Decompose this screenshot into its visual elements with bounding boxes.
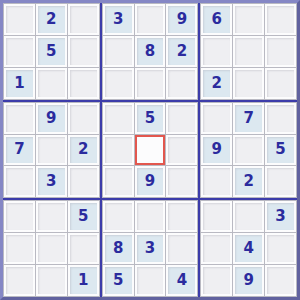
cell-r8c9[interactable] bbox=[265, 233, 296, 264]
cell-digit: 3 bbox=[113, 12, 123, 27]
cell-r4c4[interactable] bbox=[103, 103, 134, 134]
cell-digit: 3 bbox=[145, 241, 155, 256]
cell-digit: 7 bbox=[243, 111, 253, 126]
cell-r7c8[interactable] bbox=[233, 201, 264, 232]
cell-r8c5[interactable]: 3 bbox=[135, 233, 166, 264]
cell-r7c2[interactable] bbox=[36, 201, 67, 232]
cell-r8c8[interactable]: 4 bbox=[233, 233, 264, 264]
cell-digit: 5 bbox=[113, 273, 123, 288]
cell-r9c5[interactable] bbox=[135, 265, 166, 296]
cell-digit: 2 bbox=[46, 12, 56, 27]
cell-r3c6[interactable] bbox=[166, 68, 197, 99]
cell-r1c5[interactable] bbox=[135, 4, 166, 35]
cell-r1c2[interactable]: 2 bbox=[36, 4, 67, 35]
cell-r5c7[interactable]: 9 bbox=[201, 135, 232, 166]
box-4: 9723 bbox=[3, 102, 100, 199]
cell-r1c3[interactable] bbox=[68, 4, 99, 35]
cell-r5c5[interactable] bbox=[135, 135, 166, 166]
cell-r8c2[interactable] bbox=[36, 233, 67, 264]
cell-digit: 2 bbox=[212, 76, 222, 91]
cell-r9c7[interactable] bbox=[201, 265, 232, 296]
cell-digit: 5 bbox=[78, 209, 88, 224]
cell-digit: 1 bbox=[78, 273, 88, 288]
cell-r7c9[interactable]: 3 bbox=[265, 201, 296, 232]
sudoku-board: 2513982629723597952518354349 bbox=[0, 0, 300, 300]
cell-digit: 3 bbox=[275, 209, 285, 224]
cell-r1c7[interactable]: 6 bbox=[201, 4, 232, 35]
cell-digit: 9 bbox=[212, 142, 222, 157]
cell-digit: 2 bbox=[243, 174, 253, 189]
cell-r8c4[interactable]: 8 bbox=[103, 233, 134, 264]
cell-r7c3[interactable]: 5 bbox=[68, 201, 99, 232]
box-8: 8354 bbox=[102, 200, 199, 297]
cell-r6c2[interactable]: 3 bbox=[36, 166, 67, 197]
cell-r2c4[interactable] bbox=[103, 36, 134, 67]
cell-r6c9[interactable] bbox=[265, 166, 296, 197]
cell-r3c7[interactable]: 2 bbox=[201, 68, 232, 99]
box-6: 7952 bbox=[200, 102, 297, 199]
cell-digit: 5 bbox=[275, 142, 285, 157]
cell-digit: 7 bbox=[14, 142, 24, 157]
cell-digit: 4 bbox=[177, 273, 187, 288]
cell-r2c2[interactable]: 5 bbox=[36, 36, 67, 67]
cell-r6c4[interactable] bbox=[103, 166, 134, 197]
cell-r3c9[interactable] bbox=[265, 68, 296, 99]
cell-r9c4[interactable]: 5 bbox=[103, 265, 134, 296]
cell-r2c1[interactable] bbox=[4, 36, 35, 67]
cell-r8c6[interactable] bbox=[166, 233, 197, 264]
cell-r4c3[interactable] bbox=[68, 103, 99, 134]
cell-r3c2[interactable] bbox=[36, 68, 67, 99]
cell-r8c7[interactable] bbox=[201, 233, 232, 264]
box-3: 62 bbox=[200, 3, 297, 100]
cell-digit: 6 bbox=[212, 12, 222, 27]
cell-r6c1[interactable] bbox=[4, 166, 35, 197]
cell-r1c4[interactable]: 3 bbox=[103, 4, 134, 35]
cell-r9c8[interactable]: 9 bbox=[233, 265, 264, 296]
box-5: 59 bbox=[102, 102, 199, 199]
cell-r1c8[interactable] bbox=[233, 4, 264, 35]
cell-r5c6[interactable] bbox=[166, 135, 197, 166]
box-1: 251 bbox=[3, 3, 100, 100]
cell-r3c5[interactable] bbox=[135, 68, 166, 99]
cell-r5c1[interactable]: 7 bbox=[4, 135, 35, 166]
cell-r5c3[interactable]: 2 bbox=[68, 135, 99, 166]
cell-r4c9[interactable] bbox=[265, 103, 296, 134]
cell-digit: 5 bbox=[145, 111, 155, 126]
cell-r1c6[interactable]: 9 bbox=[166, 4, 197, 35]
cell-r7c5[interactable] bbox=[135, 201, 166, 232]
cell-r2c5[interactable]: 8 bbox=[135, 36, 166, 67]
cell-digit: 4 bbox=[243, 241, 253, 256]
cell-r4c1[interactable] bbox=[4, 103, 35, 134]
cell-r6c5[interactable]: 9 bbox=[135, 166, 166, 197]
cell-digit: 9 bbox=[145, 174, 155, 189]
cell-digit: 9 bbox=[243, 273, 253, 288]
cell-r5c2[interactable] bbox=[36, 135, 67, 166]
cell-r6c7[interactable] bbox=[201, 166, 232, 197]
cell-r7c6[interactable] bbox=[166, 201, 197, 232]
cell-r9c3[interactable]: 1 bbox=[68, 265, 99, 296]
cell-r4c6[interactable] bbox=[166, 103, 197, 134]
cell-r7c7[interactable] bbox=[201, 201, 232, 232]
cell-r3c8[interactable] bbox=[233, 68, 264, 99]
box-7: 51 bbox=[3, 200, 100, 297]
cell-r4c8[interactable]: 7 bbox=[233, 103, 264, 134]
cell-r3c3[interactable] bbox=[68, 68, 99, 99]
cell-r9c6[interactable]: 4 bbox=[166, 265, 197, 296]
cell-digit: 8 bbox=[113, 241, 123, 256]
cell-r2c9[interactable] bbox=[265, 36, 296, 67]
cell-r4c2[interactable]: 9 bbox=[36, 103, 67, 134]
cell-r6c6[interactable] bbox=[166, 166, 197, 197]
cell-digit: 8 bbox=[145, 44, 155, 59]
cell-r6c3[interactable] bbox=[68, 166, 99, 197]
cell-r8c3[interactable] bbox=[68, 233, 99, 264]
cell-r5c9[interactable]: 5 bbox=[265, 135, 296, 166]
cell-r7c1[interactable] bbox=[4, 201, 35, 232]
cell-r6c8[interactable]: 2 bbox=[233, 166, 264, 197]
cell-digit: 5 bbox=[46, 44, 56, 59]
cell-digit: 3 bbox=[46, 174, 56, 189]
cell-r9c1[interactable] bbox=[4, 265, 35, 296]
cell-r1c9[interactable] bbox=[265, 4, 296, 35]
cell-r2c8[interactable] bbox=[233, 36, 264, 67]
cell-r2c6[interactable]: 2 bbox=[166, 36, 197, 67]
cell-r9c9[interactable] bbox=[265, 265, 296, 296]
cell-digit: 1 bbox=[14, 76, 24, 91]
cell-r2c3[interactable] bbox=[68, 36, 99, 67]
cell-r4c5[interactable]: 5 bbox=[135, 103, 166, 134]
cell-r8c1[interactable] bbox=[4, 233, 35, 264]
cell-r2c7[interactable] bbox=[201, 36, 232, 67]
cell-r9c2[interactable] bbox=[36, 265, 67, 296]
cell-r4c7[interactable] bbox=[201, 103, 232, 134]
cell-digit: 9 bbox=[46, 111, 56, 126]
cell-r1c1[interactable] bbox=[4, 4, 35, 35]
cell-r3c4[interactable] bbox=[103, 68, 134, 99]
cell-r5c8[interactable] bbox=[233, 135, 264, 166]
cell-digit: 9 bbox=[177, 12, 187, 27]
cell-r7c4[interactable] bbox=[103, 201, 134, 232]
box-2: 3982 bbox=[102, 3, 199, 100]
box-9: 349 bbox=[200, 200, 297, 297]
cell-digit: 2 bbox=[177, 44, 187, 59]
cell-r3c1[interactable]: 1 bbox=[4, 68, 35, 99]
cell-r5c4[interactable] bbox=[103, 135, 134, 166]
cell-digit: 2 bbox=[78, 142, 88, 157]
